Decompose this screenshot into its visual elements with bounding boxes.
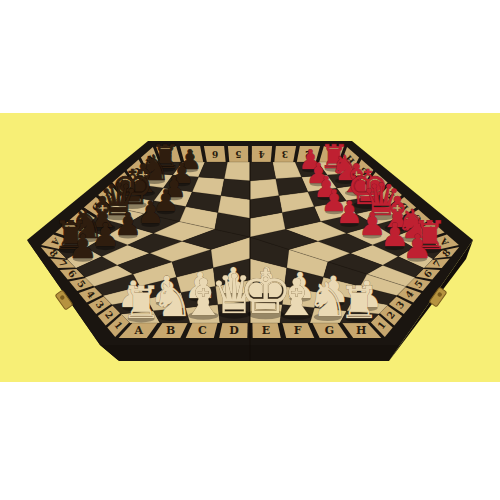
piece-white-rook[interactable]: ♜ xyxy=(339,276,379,329)
piece-black-pawn[interactable]: ♟ xyxy=(68,227,98,266)
coordinate-label-top-6: 6 xyxy=(212,149,218,159)
board-cell-black-far-f3r4[interactable] xyxy=(221,179,250,200)
piece-white-rook[interactable]: ♜ xyxy=(121,276,161,329)
three-player-chess-product-photo: 87654321ABCDEFGH12345678ABCDEFGH12345678… xyxy=(0,0,500,500)
board-cell-red-far-f4r4[interactable] xyxy=(250,162,276,181)
coordinate-label-top-3: 3 xyxy=(282,149,288,159)
piece-red-pawn[interactable]: ♟ xyxy=(402,227,432,266)
board-cell-red-far-f3r4[interactable] xyxy=(250,179,279,200)
coordinate-label-top-4: 4 xyxy=(258,149,264,159)
board-scene: 87654321ABCDEFGH12345678ABCDEFGH12345678… xyxy=(0,0,500,500)
board-cell-black-far-f4r4[interactable] xyxy=(224,162,250,181)
coordinate-label-top-5: 5 xyxy=(235,149,241,159)
